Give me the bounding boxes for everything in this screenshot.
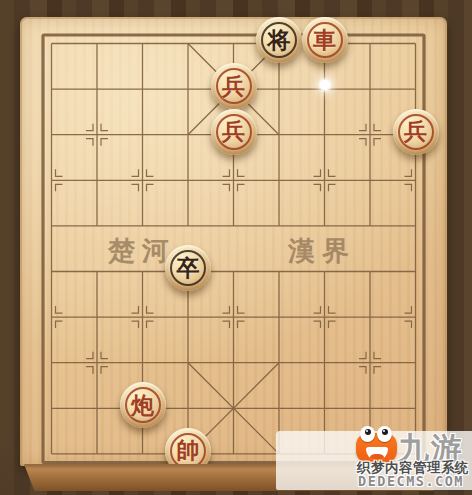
mascot-eye-right xyxy=(377,426,392,442)
piece-glyph: 卒 xyxy=(165,245,211,291)
piece-red-soldier-i[interactable]: 兵 xyxy=(393,109,439,155)
piece-red-chariot[interactable]: 車 xyxy=(302,17,348,63)
game-screen: 楚河 漢界 将車兵兵兵卒炮帥 九游 织梦内容管理系统 DEDECMS.COM xyxy=(0,0,472,495)
piece-red-soldier-e[interactable]: 兵 xyxy=(211,63,257,109)
piece-glyph: 車 xyxy=(302,17,348,63)
last-move-marker xyxy=(320,80,330,90)
piece-glyph: 将 xyxy=(256,17,302,63)
piece-red-cannon[interactable]: 炮 xyxy=(120,382,166,428)
mascot-eye-left xyxy=(360,426,375,442)
piece-black-general[interactable]: 将 xyxy=(256,17,302,63)
piece-red-soldier-e2[interactable]: 兵 xyxy=(211,109,257,155)
piece-glyph: 兵 xyxy=(211,63,257,109)
piece-glyph: 兵 xyxy=(211,109,257,155)
piece-black-soldier[interactable]: 卒 xyxy=(165,245,211,291)
piece-glyph: 炮 xyxy=(120,382,166,428)
piece-glyph: 兵 xyxy=(393,109,439,155)
xiangqi-board[interactable]: 楚河 漢界 将車兵兵兵卒炮帥 xyxy=(20,17,447,466)
watermark-domain-text: DEDECMS.COM xyxy=(358,473,464,489)
piece-layer: 将車兵兵兵卒炮帥 xyxy=(29,21,439,477)
